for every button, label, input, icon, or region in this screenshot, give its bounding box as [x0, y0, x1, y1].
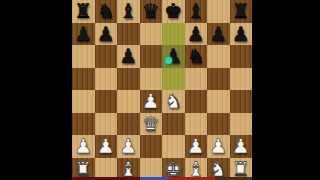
white-pawn: ♟	[185, 135, 208, 158]
square-f4[interactable]	[185, 90, 208, 113]
square-a7[interactable]: ♟	[72, 23, 95, 46]
square-f2[interactable]: ♟	[185, 135, 208, 158]
black-pawn: ♟	[117, 45, 140, 68]
square-d8[interactable]: ♛	[140, 0, 163, 23]
black-pawn: ♟	[230, 23, 253, 46]
square-g7[interactable]: ♟	[207, 23, 230, 46]
progress-segment-2	[168, 177, 215, 180]
white-pawn: ♟	[207, 135, 230, 158]
black-pawn: ♟	[72, 23, 95, 46]
square-d6[interactable]	[140, 45, 163, 68]
square-h8[interactable]: ♜	[230, 0, 253, 23]
square-g3[interactable]	[207, 113, 230, 136]
square-e2[interactable]	[162, 135, 185, 158]
square-h5[interactable]	[230, 68, 253, 91]
chess-board: ♜♞♝♛♚♝♜♟♟♟♟♟♟♟♞♟♞♛♟♟♟♟♟♟♜♝♚♝♞♜	[72, 0, 252, 180]
black-pawn: ♟	[162, 45, 185, 68]
square-h2[interactable]: ♟	[230, 135, 253, 158]
square-d4[interactable]: ♟	[140, 90, 163, 113]
black-pawn: ♟	[95, 23, 118, 46]
square-b6[interactable]	[95, 45, 118, 68]
white-knight: ♞	[162, 90, 185, 113]
progress-segment-3	[215, 177, 252, 180]
square-d5[interactable]	[140, 68, 163, 91]
square-c7[interactable]	[117, 23, 140, 46]
square-d7[interactable]	[140, 23, 163, 46]
square-c8[interactable]: ♝	[117, 0, 140, 23]
square-g4[interactable]	[207, 90, 230, 113]
square-a6[interactable]	[72, 45, 95, 68]
square-e6[interactable]: ♟	[162, 45, 185, 68]
square-a8[interactable]: ♜	[72, 0, 95, 23]
square-a3[interactable]	[72, 113, 95, 136]
square-a2[interactable]: ♟	[72, 135, 95, 158]
black-pawn: ♟	[185, 23, 208, 46]
black-bishop: ♝	[185, 0, 208, 23]
black-king: ♚	[162, 0, 185, 23]
white-pawn: ♟	[95, 135, 118, 158]
square-g8[interactable]	[207, 0, 230, 23]
square-g2[interactable]: ♟	[207, 135, 230, 158]
white-pawn: ♟	[230, 135, 253, 158]
progress-bar[interactable]	[0, 177, 320, 180]
black-knight: ♞	[185, 45, 208, 68]
square-h6[interactable]	[230, 45, 253, 68]
black-bishop: ♝	[117, 0, 140, 23]
square-c5[interactable]	[117, 68, 140, 91]
square-b8[interactable]: ♞	[95, 0, 118, 23]
square-h4[interactable]	[230, 90, 253, 113]
square-b7[interactable]: ♟	[95, 23, 118, 46]
square-h7[interactable]: ♟	[230, 23, 253, 46]
square-e8[interactable]: ♚	[162, 0, 185, 23]
square-d3[interactable]: ♛	[140, 113, 163, 136]
square-e7[interactable]	[162, 23, 185, 46]
square-a5[interactable]	[72, 68, 95, 91]
square-e4[interactable]: ♞	[162, 90, 185, 113]
progress-segment-1	[140, 177, 168, 180]
black-rook: ♜	[230, 0, 253, 23]
square-b5[interactable]	[95, 68, 118, 91]
square-h3[interactable]	[230, 113, 253, 136]
square-a4[interactable]	[72, 90, 95, 113]
progress-segment-0	[72, 177, 140, 180]
square-b3[interactable]	[95, 113, 118, 136]
black-pawn: ♟	[207, 23, 230, 46]
video-frame: ♜♞♝♛♚♝♜♟♟♟♟♟♟♟♞♟♞♛♟♟♟♟♟♟♜♝♚♝♞♜	[0, 0, 320, 180]
black-rook: ♜	[72, 0, 95, 23]
square-f6[interactable]: ♞	[185, 45, 208, 68]
square-g5[interactable]	[207, 68, 230, 91]
square-e3[interactable]	[162, 113, 185, 136]
square-f5[interactable]	[185, 68, 208, 91]
white-pawn: ♟	[117, 135, 140, 158]
black-knight: ♞	[95, 0, 118, 23]
square-c6[interactable]: ♟	[117, 45, 140, 68]
square-f7[interactable]: ♟	[185, 23, 208, 46]
square-c2[interactable]: ♟	[117, 135, 140, 158]
white-pawn: ♟	[140, 90, 163, 113]
square-f3[interactable]	[185, 113, 208, 136]
square-e5[interactable]	[162, 68, 185, 91]
square-g6[interactable]	[207, 45, 230, 68]
square-b2[interactable]: ♟	[95, 135, 118, 158]
square-c4[interactable]	[117, 90, 140, 113]
hint-marker-icon	[165, 57, 172, 64]
square-b4[interactable]	[95, 90, 118, 113]
square-f8[interactable]: ♝	[185, 0, 208, 23]
square-d2[interactable]	[140, 135, 163, 158]
black-queen: ♛	[140, 0, 163, 23]
white-queen: ♛	[140, 113, 163, 136]
white-pawn: ♟	[72, 135, 95, 158]
square-c3[interactable]	[117, 113, 140, 136]
